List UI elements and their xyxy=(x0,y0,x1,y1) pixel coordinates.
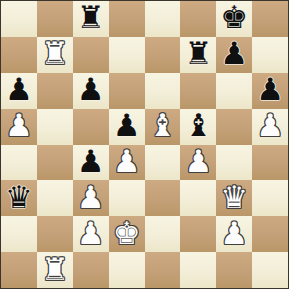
square-d5[interactable]: ♟ xyxy=(109,109,145,145)
square-a6[interactable]: ♟ xyxy=(1,73,37,109)
square-e1[interactable] xyxy=(145,252,181,288)
square-e7[interactable] xyxy=(145,37,181,73)
piece-black-pawn[interactable]: ♟ xyxy=(256,74,284,105)
piece-white-king[interactable]: ♚ xyxy=(113,218,141,249)
piece-black-pawn[interactable]: ♟ xyxy=(220,38,248,69)
square-e3[interactable] xyxy=(145,180,181,216)
piece-white-pawn[interactable]: ♟ xyxy=(220,218,248,249)
square-h2[interactable] xyxy=(252,216,288,252)
square-f5[interactable]: ♝ xyxy=(180,109,216,145)
square-g1[interactable] xyxy=(216,252,252,288)
square-d2[interactable]: ♚ xyxy=(109,216,145,252)
square-c8[interactable]: ♜ xyxy=(73,1,109,37)
square-d6[interactable] xyxy=(109,73,145,109)
square-f3[interactable] xyxy=(180,180,216,216)
square-a4[interactable] xyxy=(1,145,37,181)
square-h5[interactable]: ♟ xyxy=(252,109,288,145)
square-b5[interactable] xyxy=(37,109,73,145)
square-d7[interactable] xyxy=(109,37,145,73)
square-b4[interactable] xyxy=(37,145,73,181)
square-b7[interactable]: ♜ xyxy=(37,37,73,73)
square-e2[interactable] xyxy=(145,216,181,252)
square-c5[interactable] xyxy=(73,109,109,145)
square-h6[interactable]: ♟ xyxy=(252,73,288,109)
square-a7[interactable] xyxy=(1,37,37,73)
square-c4[interactable]: ♟ xyxy=(73,145,109,181)
square-f4[interactable]: ♟ xyxy=(180,145,216,181)
piece-white-rook[interactable]: ♜ xyxy=(41,38,69,69)
square-f8[interactable] xyxy=(180,1,216,37)
piece-white-pawn[interactable]: ♟ xyxy=(256,110,284,141)
piece-black-rook[interactable]: ♜ xyxy=(184,38,212,69)
piece-white-rook[interactable]: ♜ xyxy=(41,254,69,285)
piece-black-king[interactable]: ♚ xyxy=(220,2,248,33)
square-g3[interactable]: ♛ xyxy=(216,180,252,216)
square-b1[interactable]: ♜ xyxy=(37,252,73,288)
square-d4[interactable]: ♟ xyxy=(109,145,145,181)
square-h3[interactable] xyxy=(252,180,288,216)
square-e8[interactable] xyxy=(145,1,181,37)
square-d3[interactable] xyxy=(109,180,145,216)
square-d8[interactable] xyxy=(109,1,145,37)
square-b3[interactable] xyxy=(37,180,73,216)
piece-black-pawn[interactable]: ♟ xyxy=(5,74,33,105)
piece-black-rook[interactable]: ♜ xyxy=(77,2,105,33)
piece-white-pawn[interactable]: ♟ xyxy=(77,182,105,213)
square-a1[interactable] xyxy=(1,252,37,288)
piece-white-bishop[interactable]: ♝ xyxy=(149,110,177,141)
piece-black-queen[interactable]: ♛ xyxy=(5,182,33,213)
square-c2[interactable]: ♟ xyxy=(73,216,109,252)
square-b8[interactable] xyxy=(37,1,73,37)
square-d1[interactable] xyxy=(109,252,145,288)
square-g6[interactable] xyxy=(216,73,252,109)
square-f1[interactable] xyxy=(180,252,216,288)
piece-white-pawn[interactable]: ♟ xyxy=(113,146,141,177)
square-f6[interactable] xyxy=(180,73,216,109)
square-g4[interactable] xyxy=(216,145,252,181)
square-a8[interactable] xyxy=(1,1,37,37)
square-h1[interactable] xyxy=(252,252,288,288)
square-e4[interactable] xyxy=(145,145,181,181)
square-h4[interactable] xyxy=(252,145,288,181)
piece-white-pawn[interactable]: ♟ xyxy=(77,218,105,249)
square-c7[interactable] xyxy=(73,37,109,73)
square-a5[interactable]: ♟ xyxy=(1,109,37,145)
square-h7[interactable] xyxy=(252,37,288,73)
square-c1[interactable] xyxy=(73,252,109,288)
piece-white-pawn[interactable]: ♟ xyxy=(5,110,33,141)
square-a2[interactable] xyxy=(1,216,37,252)
piece-white-pawn[interactable]: ♟ xyxy=(184,146,212,177)
piece-black-bishop[interactable]: ♝ xyxy=(184,110,212,141)
square-g2[interactable]: ♟ xyxy=(216,216,252,252)
square-f7[interactable]: ♜ xyxy=(180,37,216,73)
square-c3[interactable]: ♟ xyxy=(73,180,109,216)
square-b6[interactable] xyxy=(37,73,73,109)
square-g7[interactable]: ♟ xyxy=(216,37,252,73)
chess-board: ♜♚♜♜♟♟♟♟♟♟♝♝♟♟♟♟♛♟♛♟♚♟♜ xyxy=(0,0,289,289)
square-e5[interactable]: ♝ xyxy=(145,109,181,145)
piece-white-queen[interactable]: ♛ xyxy=(220,182,248,213)
square-h8[interactable] xyxy=(252,1,288,37)
piece-black-pawn[interactable]: ♟ xyxy=(77,74,105,105)
square-c6[interactable]: ♟ xyxy=(73,73,109,109)
piece-black-pawn[interactable]: ♟ xyxy=(77,146,105,177)
square-e6[interactable] xyxy=(145,73,181,109)
piece-black-pawn[interactable]: ♟ xyxy=(113,110,141,141)
square-f2[interactable] xyxy=(180,216,216,252)
square-b2[interactable] xyxy=(37,216,73,252)
square-g8[interactable]: ♚ xyxy=(216,1,252,37)
square-a3[interactable]: ♛ xyxy=(1,180,37,216)
square-g5[interactable] xyxy=(216,109,252,145)
